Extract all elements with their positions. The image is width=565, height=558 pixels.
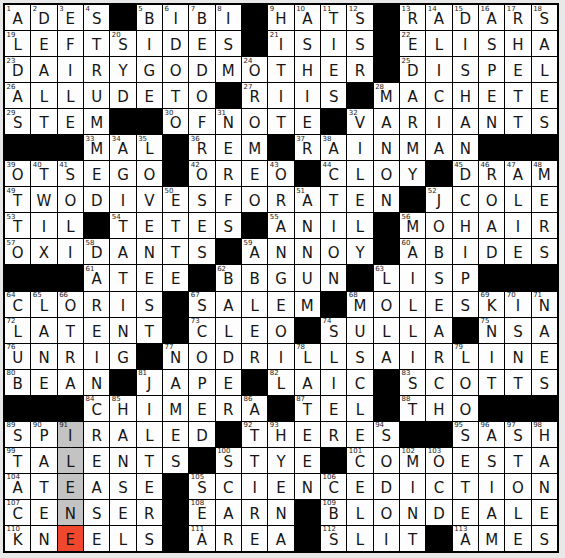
grid-cell-r18c1[interactable]: 99T: [5, 448, 30, 473]
grid-cell-r3c4[interactable]: R: [84, 57, 109, 82]
grid-cell-r6c16[interactable]: M: [400, 135, 425, 160]
grid-cell-r19c8[interactable]: 105S: [189, 474, 214, 499]
grid-cell-r14c12[interactable]: 78L: [295, 344, 320, 369]
grid-cell-r13c9[interactable]: L: [216, 318, 241, 343]
grid-cell-r2c18[interactable]: I: [453, 31, 478, 56]
grid-cell-r19c4[interactable]: A: [84, 474, 109, 499]
grid-cell-r8c7[interactable]: 50E: [163, 187, 188, 212]
grid-cell-r9c11[interactable]: 55A: [268, 213, 293, 238]
grid-cell-r21c18[interactable]: 113A: [453, 526, 478, 551]
grid-cell-r21c16[interactable]: T: [400, 526, 425, 551]
grid-cell-r9c18[interactable]: H: [453, 213, 478, 238]
grid-cell-r4c19[interactable]: E: [479, 83, 504, 108]
grid-cell-r4c2[interactable]: L: [31, 83, 56, 108]
grid-cell-r3c1[interactable]: 23D: [5, 57, 30, 82]
grid-cell-r21c19[interactable]: M: [479, 526, 504, 551]
grid-cell-r19c13[interactable]: 106C: [321, 474, 346, 499]
grid-cell-r12c6[interactable]: S: [137, 292, 162, 317]
grid-cell-r3c8[interactable]: D: [189, 57, 214, 82]
grid-cell-r1c9[interactable]: 8I: [216, 5, 241, 30]
grid-cell-r14c9[interactable]: D: [216, 344, 241, 369]
grid-cell-r18c9[interactable]: 100S: [216, 448, 241, 473]
grid-cell-r14c16[interactable]: I: [400, 344, 425, 369]
grid-cell-r9c21[interactable]: R: [532, 213, 557, 238]
grid-cell-r18c12[interactable]: E: [295, 448, 320, 473]
grid-cell-r14c8[interactable]: O: [189, 344, 214, 369]
grid-cell-r20c20[interactable]: L: [505, 500, 530, 525]
grid-cell-r17c13[interactable]: R: [321, 422, 346, 447]
grid-cell-r1c8[interactable]: 7B: [189, 5, 214, 30]
grid-cell-r5c3[interactable]: E: [58, 109, 83, 134]
grid-cell-r19c21[interactable]: N: [532, 474, 557, 499]
grid-cell-r18c15[interactable]: O: [374, 448, 399, 473]
grid-cell-r5c11[interactable]: T: [268, 109, 293, 134]
grid-cell-r1c3[interactable]: 3E: [58, 5, 83, 30]
grid-cell-r16c18[interactable]: O: [453, 396, 478, 421]
grid-cell-r13c6[interactable]: T: [137, 318, 162, 343]
grid-cell-r14c14[interactable]: S: [347, 344, 372, 369]
grid-cell-r12c5[interactable]: I: [110, 292, 135, 317]
grid-cell-r17c19[interactable]: 96A: [479, 422, 504, 447]
grid-cell-r15c21[interactable]: S: [532, 370, 557, 395]
grid-cell-r3c6[interactable]: G: [137, 57, 162, 82]
grid-cell-r7c18[interactable]: 45D: [453, 161, 478, 186]
grid-cell-r17c12[interactable]: E: [295, 422, 320, 447]
grid-cell-r14c1[interactable]: 76U: [5, 344, 30, 369]
grid-cell-r11c16[interactable]: I: [400, 265, 425, 290]
grid-cell-r4c15[interactable]: 28M: [374, 83, 399, 108]
grid-cell-r7c9[interactable]: R: [216, 161, 241, 186]
grid-cell-r12c2[interactable]: 65L: [31, 292, 56, 317]
grid-cell-r10c7[interactable]: T: [163, 239, 188, 264]
grid-cell-r19c11[interactable]: E: [268, 474, 293, 499]
grid-cell-r17c14[interactable]: E: [347, 422, 372, 447]
grid-cell-r12c3[interactable]: 66O: [58, 292, 83, 317]
grid-cell-r5c8[interactable]: F: [189, 109, 214, 134]
grid-cell-r20c15[interactable]: O: [374, 500, 399, 525]
grid-cell-r4c5[interactable]: D: [110, 83, 135, 108]
grid-cell-r5c21[interactable]: S: [532, 109, 557, 134]
grid-cell-r21c6[interactable]: S: [137, 526, 162, 551]
grid-cell-r17c20[interactable]: 97S: [505, 422, 530, 447]
grid-cell-r13c2[interactable]: A: [31, 318, 56, 343]
grid-cell-r4c4[interactable]: U: [84, 83, 109, 108]
grid-cell-r2c7[interactable]: D: [163, 31, 188, 56]
grid-cell-r5c1[interactable]: 29S: [5, 109, 30, 134]
grid-cell-r15c2[interactable]: E: [31, 370, 56, 395]
grid-cell-r19c9[interactable]: C: [216, 474, 241, 499]
grid-cell-r2c19[interactable]: S: [479, 31, 504, 56]
grid-cell-r5c12[interactable]: E: [295, 109, 320, 134]
grid-cell-r3c17[interactable]: I: [426, 57, 451, 82]
grid-cell-r16c13[interactable]: E: [321, 396, 346, 421]
grid-cell-r13c1[interactable]: 72L: [5, 318, 30, 343]
grid-cell-r20c14[interactable]: L: [347, 500, 372, 525]
grid-cell-r12c20[interactable]: 70I: [505, 292, 530, 317]
grid-cell-r14c4[interactable]: I: [84, 344, 109, 369]
grid-cell-r8c12[interactable]: 51A: [295, 187, 320, 212]
grid-cell-r7c1[interactable]: 39O: [5, 161, 30, 186]
grid-cell-r13c14[interactable]: U: [347, 318, 372, 343]
grid-cell-r3c2[interactable]: A: [31, 57, 56, 82]
grid-cell-r21c3[interactable]: E: [58, 526, 83, 551]
grid-cell-r18c21[interactable]: A: [532, 448, 557, 473]
grid-cell-r2c4[interactable]: T: [84, 31, 109, 56]
grid-cell-r15c20[interactable]: T: [505, 370, 530, 395]
grid-cell-r8c2[interactable]: W: [31, 187, 56, 212]
grid-cell-r6c6[interactable]: 35L: [137, 135, 162, 160]
grid-cell-r5c17[interactable]: I: [426, 109, 451, 134]
grid-cell-r19c18[interactable]: T: [453, 474, 478, 499]
grid-cell-r4c8[interactable]: O: [189, 83, 214, 108]
grid-cell-r9c14[interactable]: L: [347, 213, 372, 238]
grid-cell-r21c9[interactable]: R: [216, 526, 241, 551]
grid-cell-r7c21[interactable]: 48M: [532, 161, 557, 186]
grid-cell-r21c8[interactable]: 111A: [189, 526, 214, 551]
grid-cell-r15c7[interactable]: A: [163, 370, 188, 395]
grid-cell-r18c5[interactable]: N: [110, 448, 135, 473]
grid-cell-r13c21[interactable]: A: [532, 318, 557, 343]
grid-cell-r17c3[interactable]: 91I: [58, 422, 83, 447]
grid-cell-r9c5[interactable]: 54T: [110, 213, 135, 238]
grid-cell-r1c18[interactable]: 15D: [453, 5, 478, 30]
grid-cell-r6c9[interactable]: E: [216, 135, 241, 160]
grid-cell-r19c19[interactable]: I: [479, 474, 504, 499]
grid-cell-r9c19[interactable]: A: [479, 213, 504, 238]
grid-cell-r19c17[interactable]: C: [426, 474, 451, 499]
grid-cell-r10c19[interactable]: D: [479, 239, 504, 264]
grid-cell-r19c20[interactable]: O: [505, 474, 530, 499]
grid-cell-r18c19[interactable]: S: [479, 448, 504, 473]
grid-cell-r4c20[interactable]: T: [505, 83, 530, 108]
grid-cell-r10c3[interactable]: I: [58, 239, 83, 264]
grid-cell-r4c13[interactable]: S: [321, 83, 346, 108]
grid-cell-r17c1[interactable]: 89S: [5, 422, 30, 447]
grid-cell-r12c4[interactable]: R: [84, 292, 109, 317]
grid-cell-r17c10[interactable]: 92T: [242, 422, 267, 447]
grid-cell-r20c18[interactable]: E: [453, 500, 478, 525]
grid-cell-r9c1[interactable]: 53T: [5, 213, 30, 238]
grid-cell-r2c2[interactable]: E: [31, 31, 56, 56]
grid-cell-r8c6[interactable]: V: [137, 187, 162, 212]
grid-cell-r18c7[interactable]: S: [163, 448, 188, 473]
grid-cell-r2c6[interactable]: I: [137, 31, 162, 56]
grid-cell-r10c6[interactable]: N: [137, 239, 162, 264]
grid-cell-r10c12[interactable]: N: [295, 239, 320, 264]
grid-cell-r3c11[interactable]: T: [268, 57, 293, 82]
grid-cell-r7c3[interactable]: 41S: [58, 161, 83, 186]
grid-cell-r10c21[interactable]: S: [532, 239, 557, 264]
grid-cell-r2c20[interactable]: H: [505, 31, 530, 56]
grid-cell-r21c2[interactable]: N: [31, 526, 56, 551]
grid-cell-r7c13[interactable]: 44C: [321, 161, 346, 186]
grid-cell-r4c7[interactable]: T: [163, 83, 188, 108]
grid-cell-r5c20[interactable]: T: [505, 109, 530, 134]
grid-cell-r18c2[interactable]: A: [31, 448, 56, 473]
grid-cell-r16c8[interactable]: E: [189, 396, 214, 421]
grid-cell-r3c16[interactable]: 25D: [400, 57, 425, 82]
grid-cell-r11c7[interactable]: E: [163, 265, 188, 290]
grid-cell-r17c2[interactable]: 90P: [31, 422, 56, 447]
grid-cell-r13c5[interactable]: N: [110, 318, 135, 343]
grid-cell-r7c16[interactable]: Y: [400, 161, 425, 186]
grid-cell-r5c15[interactable]: A: [374, 109, 399, 134]
grid-cell-r7c4[interactable]: E: [84, 161, 109, 186]
grid-cell-r20c11[interactable]: N: [268, 500, 293, 525]
grid-cell-r9c9[interactable]: S: [216, 213, 241, 238]
grid-cell-r12c9[interactable]: A: [216, 292, 241, 317]
grid-cell-r16c17[interactable]: H: [426, 396, 451, 421]
grid-cell-r15c8[interactable]: P: [189, 370, 214, 395]
grid-cell-r3c14[interactable]: R: [347, 57, 372, 82]
grid-cell-r4c12[interactable]: I: [295, 83, 320, 108]
grid-cell-r7c14[interactable]: L: [347, 161, 372, 186]
grid-cell-r8c18[interactable]: C: [453, 187, 478, 212]
grid-cell-r13c4[interactable]: E: [84, 318, 109, 343]
grid-cell-r4c3[interactable]: L: [58, 83, 83, 108]
grid-cell-r16c6[interactable]: I: [137, 396, 162, 421]
grid-cell-r8c15[interactable]: N: [374, 187, 399, 212]
grid-cell-r5c7[interactable]: 30O: [163, 109, 188, 134]
grid-cell-r5c14[interactable]: 32V: [347, 109, 372, 134]
grid-cell-r4c10[interactable]: 27R: [242, 83, 267, 108]
grid-cell-r13c13[interactable]: 74S: [321, 318, 346, 343]
grid-cell-r1c11[interactable]: 9H: [268, 5, 293, 30]
grid-cell-r19c1[interactable]: 104A: [5, 474, 30, 499]
grid-cell-r11c9[interactable]: 62B: [216, 265, 241, 290]
grid-cell-r15c16[interactable]: 83S: [400, 370, 425, 395]
grid-cell-r5c18[interactable]: A: [453, 109, 478, 134]
grid-cell-r3c19[interactable]: P: [479, 57, 504, 82]
grid-cell-r3c12[interactable]: H: [295, 57, 320, 82]
grid-cell-r19c10[interactable]: I: [242, 474, 267, 499]
grid-cell-r6c5[interactable]: 34A: [110, 135, 135, 160]
grid-cell-r5c16[interactable]: R: [400, 109, 425, 134]
grid-cell-r10c1[interactable]: 57O: [5, 239, 30, 264]
grid-cell-r8c21[interactable]: E: [532, 187, 557, 212]
grid-cell-r16c10[interactable]: 86A: [242, 396, 267, 421]
grid-cell-r15c3[interactable]: A: [58, 370, 83, 395]
grid-cell-r7c10[interactable]: E: [242, 161, 267, 186]
grid-cell-r11c13[interactable]: N: [321, 265, 346, 290]
grid-cell-r13c3[interactable]: T: [58, 318, 83, 343]
grid-cell-r2c17[interactable]: L: [426, 31, 451, 56]
grid-cell-r2c1[interactable]: 19L: [5, 31, 30, 56]
grid-cell-r1c2[interactable]: 2D: [31, 5, 56, 30]
grid-cell-r17c6[interactable]: L: [137, 422, 162, 447]
grid-cell-r20c9[interactable]: A: [216, 500, 241, 525]
grid-cell-r2c14[interactable]: S: [347, 31, 372, 56]
grid-cell-r9c16[interactable]: 56M: [400, 213, 425, 238]
grid-cell-r6c18[interactable]: N: [453, 135, 478, 160]
grid-cell-r21c15[interactable]: I: [374, 526, 399, 551]
grid-cell-r13c20[interactable]: S: [505, 318, 530, 343]
grid-cell-r20c3[interactable]: N: [58, 500, 83, 525]
grid-cell-r8c11[interactable]: R: [268, 187, 293, 212]
grid-cell-r15c4[interactable]: N: [84, 370, 109, 395]
grid-cell-r11c18[interactable]: P: [453, 265, 478, 290]
grid-cell-r19c2[interactable]: T: [31, 474, 56, 499]
grid-cell-r12c15[interactable]: O: [374, 292, 399, 317]
grid-cell-r21c4[interactable]: E: [84, 526, 109, 551]
grid-cell-r11c5[interactable]: T: [110, 265, 135, 290]
grid-cell-r6c10[interactable]: M: [242, 135, 267, 160]
grid-cell-r9c2[interactable]: I: [31, 213, 56, 238]
grid-cell-r1c16[interactable]: 13R: [400, 5, 425, 30]
grid-cell-r20c5[interactable]: E: [110, 500, 135, 525]
grid-cell-r12c11[interactable]: E: [268, 292, 293, 317]
grid-cell-r9c17[interactable]: O: [426, 213, 451, 238]
grid-cell-r18c6[interactable]: T: [137, 448, 162, 473]
grid-cell-r16c12[interactable]: 87T: [295, 396, 320, 421]
grid-cell-r14c20[interactable]: N: [505, 344, 530, 369]
grid-cell-r1c12[interactable]: 10A: [295, 5, 320, 30]
grid-cell-r8c3[interactable]: O: [58, 187, 83, 212]
grid-cell-r15c6[interactable]: 81J: [137, 370, 162, 395]
grid-cell-r3c10[interactable]: 24O: [242, 57, 267, 82]
grid-cell-r4c17[interactable]: C: [426, 83, 451, 108]
grid-cell-r14c7[interactable]: 77N: [163, 344, 188, 369]
grid-cell-r1c4[interactable]: 4S: [84, 5, 109, 30]
grid-cell-r12c19[interactable]: 69K: [479, 292, 504, 317]
grid-cell-r15c1[interactable]: 80B: [5, 370, 30, 395]
grid-cell-r18c3[interactable]: L: [58, 448, 83, 473]
grid-cell-r15c17[interactable]: C: [426, 370, 451, 395]
grid-cell-r7c19[interactable]: 46R: [479, 161, 504, 186]
grid-cell-r10c10[interactable]: 59A: [242, 239, 267, 264]
grid-cell-r15c9[interactable]: E: [216, 370, 241, 395]
grid-cell-r1c20[interactable]: 17R: [505, 5, 530, 30]
grid-cell-r2c3[interactable]: F: [58, 31, 83, 56]
grid-cell-r8c9[interactable]: F: [216, 187, 241, 212]
grid-cell-r17c11[interactable]: 93H: [268, 422, 293, 447]
grid-cell-r20c10[interactable]: R: [242, 500, 267, 525]
grid-cell-r18c10[interactable]: T: [242, 448, 267, 473]
grid-cell-r1c13[interactable]: 11T: [321, 5, 346, 30]
grid-cell-r2c5[interactable]: 20S: [110, 31, 135, 56]
grid-cell-r17c5[interactable]: A: [110, 422, 135, 447]
grid-cell-r9c8[interactable]: E: [189, 213, 214, 238]
grid-cell-r21c11[interactable]: A: [268, 526, 293, 551]
grid-cell-r6c15[interactable]: N: [374, 135, 399, 160]
grid-cell-r7c6[interactable]: O: [137, 161, 162, 186]
grid-cell-r20c8[interactable]: 108E: [189, 500, 214, 525]
grid-cell-r15c14[interactable]: C: [347, 370, 372, 395]
grid-cell-r1c7[interactable]: 6I: [163, 5, 188, 30]
grid-cell-r1c6[interactable]: 5B: [137, 5, 162, 30]
grid-cell-r3c3[interactable]: I: [58, 57, 83, 82]
grid-cell-r14c13[interactable]: L: [321, 344, 346, 369]
grid-cell-r3c21[interactable]: L: [532, 57, 557, 82]
grid-cell-r11c17[interactable]: S: [426, 265, 451, 290]
crossword-grid[interactable]: 1A2D3E4S5B6I7B8I9H10A11T12S13R14A15D16A1…: [3, 3, 559, 553]
grid-cell-r8c10[interactable]: O: [242, 187, 267, 212]
grid-cell-r7c15[interactable]: O: [374, 161, 399, 186]
grid-cell-r21c21[interactable]: S: [532, 526, 557, 551]
grid-cell-r17c15[interactable]: 94S: [374, 422, 399, 447]
grid-cell-r18c14[interactable]: 101C: [347, 448, 372, 473]
grid-cell-r12c21[interactable]: 71N: [532, 292, 557, 317]
grid-cell-r21c13[interactable]: 112S: [321, 526, 346, 551]
grid-cell-r11c12[interactable]: U: [295, 265, 320, 290]
grid-cell-r12c14[interactable]: 68M: [347, 292, 372, 317]
grid-cell-r6c13[interactable]: 38A: [321, 135, 346, 160]
grid-cell-r18c11[interactable]: Y: [268, 448, 293, 473]
grid-cell-r1c21[interactable]: 18S: [532, 5, 557, 30]
grid-cell-r14c5[interactable]: G: [110, 344, 135, 369]
grid-cell-r18c18[interactable]: E: [453, 448, 478, 473]
grid-cell-r14c18[interactable]: 79L: [453, 344, 478, 369]
grid-cell-r10c18[interactable]: I: [453, 239, 478, 264]
grid-cell-r7c2[interactable]: 40T: [31, 161, 56, 186]
grid-cell-r10c2[interactable]: X: [31, 239, 56, 264]
grid-cell-r6c17[interactable]: A: [426, 135, 451, 160]
grid-cell-r17c8[interactable]: D: [189, 422, 214, 447]
grid-cell-r5c19[interactable]: N: [479, 109, 504, 134]
grid-cell-r1c1[interactable]: 1A: [5, 5, 30, 30]
grid-cell-r10c14[interactable]: Y: [347, 239, 372, 264]
grid-cell-r8c4[interactable]: D: [84, 187, 109, 212]
grid-cell-r12c16[interactable]: L: [400, 292, 425, 317]
grid-cell-r19c15[interactable]: D: [374, 474, 399, 499]
grid-cell-r4c11[interactable]: I: [268, 83, 293, 108]
grid-cell-r7c5[interactable]: G: [110, 161, 135, 186]
grid-cell-r2c11[interactable]: 21I: [268, 31, 293, 56]
grid-cell-r14c19[interactable]: I: [479, 344, 504, 369]
grid-cell-r5c4[interactable]: M: [84, 109, 109, 134]
grid-cell-r12c10[interactable]: L: [242, 292, 267, 317]
grid-cell-r16c16[interactable]: 88T: [400, 396, 425, 421]
grid-cell-r13c10[interactable]: E: [242, 318, 267, 343]
grid-cell-r12c17[interactable]: E: [426, 292, 451, 317]
grid-cell-r21c20[interactable]: E: [505, 526, 530, 551]
grid-cell-r16c5[interactable]: 85H: [110, 396, 135, 421]
grid-cell-r19c12[interactable]: N: [295, 474, 320, 499]
grid-cell-r14c15[interactable]: A: [374, 344, 399, 369]
grid-cell-r18c16[interactable]: 102M: [400, 448, 425, 473]
grid-cell-r20c13[interactable]: 109B: [321, 500, 346, 525]
grid-cell-r18c4[interactable]: E: [84, 448, 109, 473]
grid-cell-r20c6[interactable]: R: [137, 500, 162, 525]
grid-cell-r15c19[interactable]: T: [479, 370, 504, 395]
grid-cell-r21c5[interactable]: L: [110, 526, 135, 551]
grid-cell-r10c4[interactable]: 58D: [84, 239, 109, 264]
grid-cell-r8c19[interactable]: O: [479, 187, 504, 212]
grid-cell-r18c17[interactable]: 103O: [426, 448, 451, 473]
grid-cell-r21c14[interactable]: L: [347, 526, 372, 551]
grid-cell-r3c7[interactable]: O: [163, 57, 188, 82]
grid-cell-r12c12[interactable]: M: [295, 292, 320, 317]
grid-cell-r2c9[interactable]: S: [216, 31, 241, 56]
grid-cell-r18c20[interactable]: T: [505, 448, 530, 473]
grid-cell-r20c4[interactable]: S: [84, 500, 109, 525]
grid-cell-r19c6[interactable]: E: [137, 474, 162, 499]
grid-cell-r10c5[interactable]: A: [110, 239, 135, 264]
grid-cell-r7c20[interactable]: 47A: [505, 161, 530, 186]
grid-cell-r11c15[interactable]: 63L: [374, 265, 399, 290]
grid-cell-r19c5[interactable]: S: [110, 474, 135, 499]
grid-cell-r4c1[interactable]: 26A: [5, 83, 30, 108]
grid-cell-r1c14[interactable]: 12S: [347, 5, 372, 30]
grid-cell-r9c7[interactable]: T: [163, 213, 188, 238]
grid-cell-r17c18[interactable]: 95S: [453, 422, 478, 447]
grid-cell-r8c13[interactable]: T: [321, 187, 346, 212]
grid-cell-r3c18[interactable]: S: [453, 57, 478, 82]
grid-cell-r6c8[interactable]: 36R: [189, 135, 214, 160]
grid-cell-r20c17[interactable]: D: [426, 500, 451, 525]
grid-cell-r13c19[interactable]: 75N: [479, 318, 504, 343]
grid-cell-r8c5[interactable]: I: [110, 187, 135, 212]
